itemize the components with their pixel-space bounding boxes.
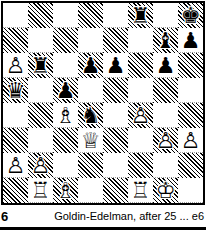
square-c3: [53, 128, 78, 153]
square-f6: [128, 53, 153, 78]
piece-white-king: ♚♔: [153, 178, 178, 203]
piece-white-rook: ♜♖: [128, 178, 153, 202]
square-h7: ♟♟: [178, 28, 203, 53]
square-f2: [128, 153, 153, 178]
piece-black-rook: ♜♜: [128, 3, 153, 28]
square-c5: ♟♟: [53, 78, 78, 103]
square-d8: [78, 3, 103, 28]
square-c2: [53, 153, 78, 178]
square-f7: [128, 28, 153, 53]
square-e1: [103, 178, 128, 203]
figure-number: 6: [1, 209, 8, 224]
square-h8: ♚♚: [178, 3, 203, 28]
square-f8: ♜♜: [128, 3, 153, 28]
square-g4: [153, 103, 178, 128]
square-c8: [53, 3, 78, 28]
piece-white-pawn: ♟♙: [28, 153, 53, 178]
square-d1: [78, 178, 103, 203]
square-e3: [103, 128, 128, 153]
square-e5: [103, 78, 128, 103]
square-e7: [103, 28, 128, 53]
square-d7: [78, 28, 103, 53]
square-h3: ♟♙: [178, 128, 203, 153]
square-c4: ♝♗: [53, 103, 78, 128]
square-b2: ♟♙: [28, 153, 53, 178]
square-g2: [153, 153, 178, 178]
square-a7: [3, 28, 28, 53]
square-e4: [103, 103, 128, 128]
piece-black-rook: ♜♜: [28, 53, 53, 78]
square-h5: [178, 78, 203, 103]
square-e8: [103, 3, 128, 28]
square-f3: [128, 128, 153, 153]
square-b8: [28, 3, 53, 28]
square-h4: [178, 103, 203, 128]
piece-white-bishop: ♝♗: [53, 103, 78, 127]
square-f4: ♟♙: [128, 103, 153, 128]
square-g6: ♟♟: [153, 53, 178, 78]
square-d4: ♞♞: [78, 103, 103, 128]
piece-white-pawn: ♟♙: [178, 128, 203, 152]
piece-black-pawn: ♟♟: [153, 53, 178, 77]
board-frame: ♜♜♚♚♝♝♟♟♟♙♜♜♟♟♟♟♟♟♛♛♟♟♝♗♞♞♟♙♛♕♟♙♟♙♟♙♟♙♜♖…: [0, 0, 206, 205]
square-c6: [53, 53, 78, 78]
square-d6: ♟♟: [78, 53, 103, 78]
square-b1: ♜♖: [28, 178, 53, 203]
square-c7: [53, 28, 78, 53]
piece-white-bishop: ♝♗: [53, 178, 78, 203]
square-g8: [153, 3, 178, 28]
square-g1: ♚♔: [153, 178, 178, 203]
caption-bar: 6 Goldin-Edelman, after 25 ... e6: [0, 205, 206, 227]
square-b4: [28, 103, 53, 128]
square-e2: [103, 153, 128, 178]
piece-white-queen: ♛♕: [78, 128, 103, 152]
square-b3: [28, 128, 53, 153]
square-f1: ♜♖: [128, 178, 153, 203]
square-h2: [178, 153, 203, 178]
bottom-rule: [0, 227, 206, 230]
square-a8: [3, 3, 28, 28]
square-f5: [128, 78, 153, 103]
piece-black-pawn: ♟♟: [78, 53, 103, 78]
square-e6: ♟♟: [103, 53, 128, 78]
square-g3: ♟♙: [153, 128, 178, 153]
chess-diagram: ♜♜♚♚♝♝♟♟♟♙♜♜♟♟♟♟♟♟♛♛♟♟♝♗♞♞♟♙♛♕♟♙♟♙♟♙♟♙♜♖…: [0, 0, 206, 232]
piece-black-knight: ♞♞: [78, 103, 103, 128]
piece-black-queen: ♛♛: [3, 78, 28, 103]
piece-white-pawn: ♟♙: [3, 53, 28, 77]
square-a4: [3, 103, 28, 128]
piece-white-pawn: ♟♙: [3, 153, 28, 177]
square-b5: [28, 78, 53, 103]
square-h6: [178, 53, 203, 78]
piece-white-pawn: ♟♙: [153, 128, 178, 153]
square-c1: ♝♗: [53, 178, 78, 203]
square-b7: [28, 28, 53, 53]
chess-board: ♜♜♚♚♝♝♟♟♟♙♜♜♟♟♟♟♟♟♛♛♟♟♝♗♞♞♟♙♛♕♟♙♟♙♟♙♟♙♜♖…: [1, 1, 205, 205]
square-h1: [178, 178, 203, 203]
piece-black-pawn: ♟♟: [53, 78, 78, 103]
square-a3: [3, 128, 28, 153]
square-d5: [78, 78, 103, 103]
square-a1: [3, 178, 28, 203]
piece-black-pawn: ♟♟: [178, 28, 203, 52]
square-a2: ♟♙: [3, 153, 28, 178]
caption-text: Goldin-Edelman, after 25 ... e6: [54, 210, 204, 222]
square-g5: [153, 78, 178, 103]
square-a5: ♛♛: [3, 78, 28, 103]
piece-black-bishop: ♝♝: [153, 28, 178, 53]
piece-white-rook: ♜♖: [28, 178, 53, 202]
square-a6: ♟♙: [3, 53, 28, 78]
square-d3: ♛♕: [78, 128, 103, 153]
piece-black-pawn: ♟♟: [103, 53, 128, 77]
square-g7: ♝♝: [153, 28, 178, 53]
square-b6: ♜♜: [28, 53, 53, 78]
piece-white-pawn: ♟♙: [128, 103, 153, 128]
piece-black-king: ♚♚: [178, 3, 203, 28]
square-d2: [78, 153, 103, 178]
